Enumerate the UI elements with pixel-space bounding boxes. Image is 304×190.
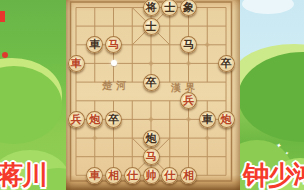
- piece-red-advisor[interactable]: 仕: [124, 167, 141, 184]
- piece-red-elephant[interactable]: 相: [180, 167, 197, 184]
- piece-red-advisor[interactable]: 仕: [161, 167, 178, 184]
- piece-black-soldier[interactable]: 卒: [143, 74, 160, 91]
- sparkle-icon: ✦: [275, 141, 282, 149]
- piece-black-soldier[interactable]: 卒: [105, 111, 122, 128]
- piece-black-chariot[interactable]: 車: [199, 111, 216, 128]
- piece-red-cannon[interactable]: 炮: [86, 111, 103, 128]
- piece-black-advisor[interactable]: 士: [143, 18, 160, 35]
- piece-red-soldier[interactable]: 兵: [68, 111, 85, 128]
- piece-black-cannon[interactable]: 炮: [143, 130, 160, 147]
- sparkle-icon: ✦: [284, 150, 289, 158]
- player-name-black: 钟少鸿: [243, 160, 304, 190]
- red-flag-decoration: [0, 11, 5, 22]
- piece-red-cannon[interactable]: 炮: [218, 111, 235, 128]
- piece-red-chariot[interactable]: 車: [68, 55, 85, 72]
- xiangqi-app-screen: ✦ ✦ 楚河 漢界 将士象士車马卒卒卒車炮马車兵兵炮炮马車相仕帅仕相 蒋川 钟少…: [0, 0, 304, 190]
- piece-black-general[interactable]: 将: [143, 0, 160, 16]
- piece-black-soldier[interactable]: 卒: [218, 55, 235, 72]
- piece-red-general[interactable]: 帅: [143, 167, 160, 184]
- player-name-red: 蒋川: [0, 160, 47, 190]
- river-label-chuhe: 楚河: [102, 79, 130, 93]
- red-dot-decoration: [2, 52, 8, 58]
- board[interactable]: 楚河 漢界 将士象士車马卒卒卒車炮马車兵兵炮炮马車相仕帅仕相: [66, 0, 240, 190]
- last-move-marker-dot: [111, 60, 117, 66]
- cloud: [242, 0, 294, 14]
- piece-red-horse[interactable]: 马: [143, 148, 160, 165]
- piece-red-chariot[interactable]: 車: [86, 167, 103, 184]
- piece-red-elephant[interactable]: 相: [105, 167, 122, 184]
